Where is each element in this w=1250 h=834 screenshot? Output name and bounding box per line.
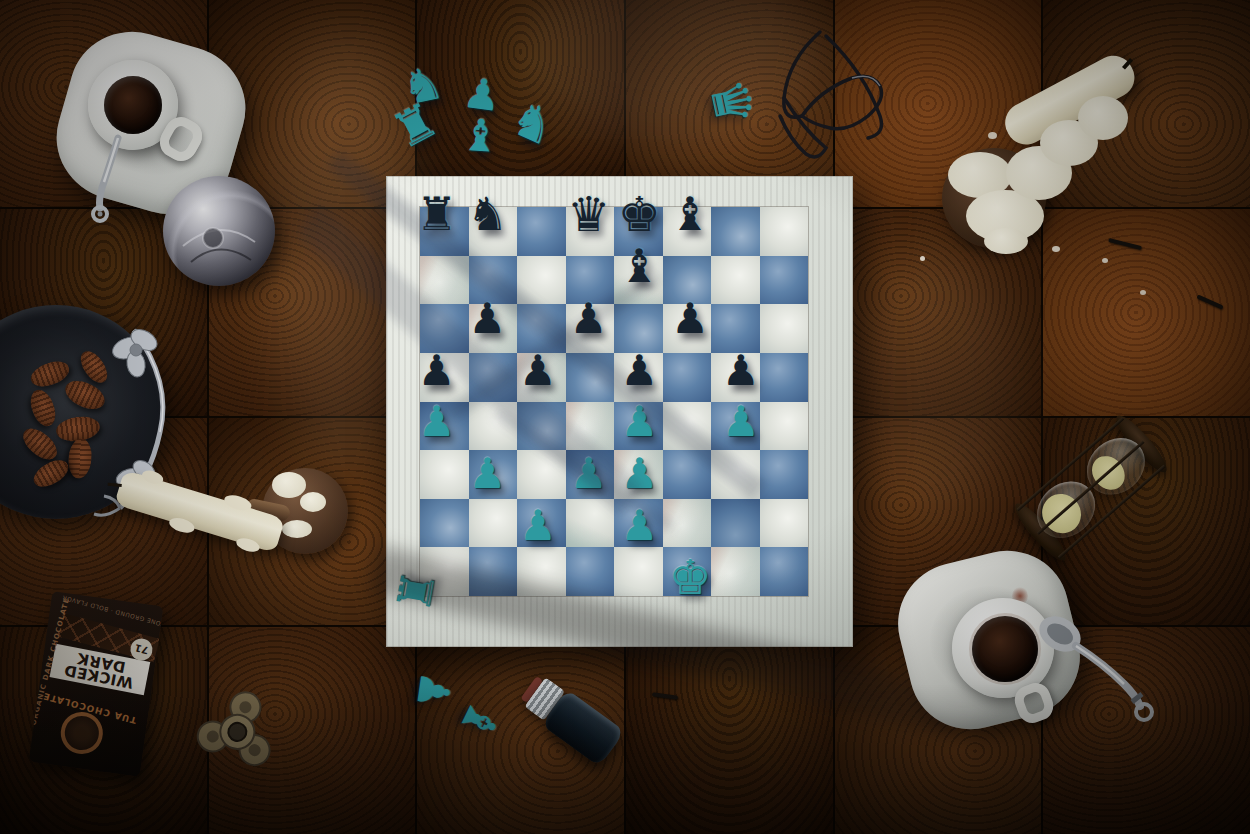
square-g8[interactable]	[711, 207, 760, 256]
teal-pawn-c2[interactable]: ♟	[519, 505, 557, 547]
wax-chunk	[282, 520, 312, 538]
square-g3[interactable]	[711, 450, 760, 499]
captured-teal-bishop[interactable]: ♝	[459, 113, 501, 160]
square-h6[interactable]	[760, 304, 809, 353]
square-c3[interactable]	[517, 450, 566, 499]
teal-pawn-d3[interactable]: ♟	[570, 453, 608, 495]
teal-pawn-e3[interactable]: ♟	[621, 453, 659, 495]
dark-bishop-f8[interactable]: ♝	[669, 192, 710, 238]
teal-pawn-b3[interactable]: ♟	[468, 453, 506, 495]
square-c1[interactable]	[517, 547, 566, 596]
square-h4[interactable]	[760, 402, 809, 451]
square-e1[interactable]	[614, 547, 663, 596]
teal-pawn-g4[interactable]: ♟	[722, 401, 760, 443]
chocolate-bar-package[interactable]: TUA CHOCOLATE WICKED DARK 71 ORGANIC DAR…	[29, 591, 164, 777]
square-h1[interactable]	[760, 547, 809, 596]
dark-pawn-b6[interactable]: ♟	[468, 298, 506, 340]
square-g7[interactable]	[711, 256, 760, 305]
square-a7[interactable]	[420, 256, 469, 305]
dark-pawn-e5[interactable]: ♟	[621, 350, 659, 392]
dark-knight-b8[interactable]: ♞	[467, 192, 508, 238]
wood-tile	[1043, 209, 1250, 416]
square-a2[interactable]	[420, 499, 469, 548]
silver-spoon-bottom-right[interactable]	[1032, 606, 1167, 726]
square-f2[interactable]	[663, 499, 712, 548]
wax-chunk	[300, 492, 326, 512]
square-f3[interactable]	[663, 450, 712, 499]
wax-mound	[1078, 96, 1128, 140]
coffee-top-left	[104, 76, 162, 134]
square-b4[interactable]	[469, 402, 518, 451]
square-c7[interactable]	[517, 256, 566, 305]
teal-rook-a1-fallen[interactable]: ♜	[389, 567, 441, 616]
teal-pawn-a4[interactable]: ♟	[418, 401, 456, 443]
dark-king-e8[interactable]: ♚	[618, 190, 661, 238]
table-scene: ♜♞♛♚♝♝♟♟♟♟♟♟♟♟♟♟♟♟♟♟♟♜♚	[0, 0, 1250, 834]
dark-pawn-f6[interactable]: ♟	[671, 298, 709, 340]
square-d4[interactable]	[566, 402, 615, 451]
square-f5[interactable]	[663, 353, 712, 402]
square-h8[interactable]	[760, 207, 809, 256]
square-h2[interactable]	[760, 499, 809, 548]
dark-pawn-g5[interactable]: ♟	[722, 350, 760, 392]
pecan	[29, 455, 72, 492]
square-f4[interactable]	[663, 402, 712, 451]
dark-bishop-e7[interactable]: ♝	[619, 243, 660, 289]
dark-pawn-a5[interactable]: ♟	[418, 350, 456, 392]
dark-rook-a8[interactable]: ♜	[416, 192, 457, 238]
silver-spoon-top-left[interactable]	[80, 134, 150, 229]
sphere-engraving	[163, 176, 275, 286]
dark-pawn-c5[interactable]: ♟	[519, 350, 557, 392]
wax-drip	[984, 228, 1028, 254]
teal-pawn-e4[interactable]: ♟	[621, 401, 659, 443]
dark-queen-d8[interactable]: ♛	[567, 190, 610, 238]
teal-pawn-e2[interactable]: ♟	[621, 505, 659, 547]
square-d2[interactable]	[566, 499, 615, 548]
dark-pawn-d6[interactable]: ♟	[570, 298, 608, 340]
square-c4[interactable]	[517, 402, 566, 451]
square-b2[interactable]	[469, 499, 518, 548]
square-g1[interactable]	[711, 547, 760, 596]
teal-king-f1[interactable]: ♚	[669, 553, 712, 601]
captured-teal-pawn[interactable]: ♟	[410, 669, 457, 712]
square-b5[interactable]	[469, 353, 518, 402]
pecan	[26, 386, 60, 429]
square-h3[interactable]	[760, 450, 809, 499]
square-a3[interactable]	[420, 450, 469, 499]
square-h5[interactable]	[760, 353, 809, 402]
square-d1[interactable]	[566, 547, 615, 596]
square-h7[interactable]	[760, 256, 809, 305]
square-g2[interactable]	[711, 499, 760, 548]
wood-tile	[626, 627, 833, 834]
wax-chunk	[272, 472, 306, 498]
square-b1[interactable]	[469, 547, 518, 596]
coffee-bottom-right	[972, 616, 1038, 682]
square-d5[interactable]	[566, 353, 615, 402]
chess-board: ♜♞♛♚♝♝♟♟♟♟♟♟♟♟♟♟♟♟♟♟♟♜♚	[386, 176, 853, 647]
square-c8[interactable]	[517, 207, 566, 256]
folded-eyeglasses[interactable]	[768, 20, 928, 180]
